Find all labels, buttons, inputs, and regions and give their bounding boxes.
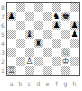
square-e7[interactable]	[43, 12, 52, 21]
square-g2[interactable]: ♔	[61, 57, 70, 66]
square-b8[interactable]	[16, 3, 25, 12]
white-rook: ♖	[7, 66, 15, 75]
file-label-f: f	[52, 80, 61, 87]
square-e2[interactable]	[43, 57, 52, 66]
black-pawn: ♟	[52, 21, 60, 30]
square-g1[interactable]	[61, 66, 70, 75]
white-king: ♔	[61, 57, 69, 66]
square-h2[interactable]	[70, 57, 79, 66]
square-a3[interactable]	[7, 48, 16, 57]
square-b4[interactable]	[16, 39, 25, 48]
square-c5[interactable]: ♝	[25, 30, 34, 39]
square-f4[interactable]	[52, 39, 61, 48]
white-pawn: ♙	[25, 57, 33, 66]
black-pawn: ♟	[7, 12, 15, 21]
square-a5[interactable]	[7, 30, 16, 39]
square-d7[interactable]	[34, 12, 43, 21]
square-g5[interactable]	[61, 30, 70, 39]
square-e1[interactable]	[43, 66, 52, 75]
square-b1[interactable]	[16, 66, 25, 75]
black-king: ♚	[61, 12, 69, 21]
square-b7[interactable]	[16, 12, 25, 21]
square-h4[interactable]	[70, 39, 79, 48]
square-d3[interactable]	[34, 48, 43, 57]
square-d6[interactable]	[34, 21, 43, 30]
square-d8[interactable]	[34, 3, 43, 12]
square-h8[interactable]	[70, 3, 79, 12]
square-e4[interactable]	[43, 39, 52, 48]
square-d4[interactable]: ♜	[34, 39, 43, 48]
square-a1[interactable]: ♖	[7, 66, 16, 75]
square-e8[interactable]	[43, 3, 52, 12]
square-f6[interactable]: ♟	[52, 21, 61, 30]
square-c1[interactable]	[25, 66, 34, 75]
square-c2[interactable]: ♙	[25, 57, 34, 66]
file-label-g: g	[61, 80, 70, 87]
square-h5[interactable]: ♟	[70, 30, 79, 39]
square-c8[interactable]	[25, 3, 34, 12]
square-a4[interactable]	[7, 39, 16, 48]
square-c7[interactable]	[25, 12, 34, 21]
square-e6[interactable]	[43, 21, 52, 30]
square-b2[interactable]	[16, 57, 25, 66]
square-b3[interactable]	[16, 48, 25, 57]
square-f1[interactable]	[52, 66, 61, 75]
chess-board: ♟♞♚♟♟♝♟♜♘♙♔♖	[6, 2, 80, 76]
file-label-c: c	[25, 80, 34, 87]
square-e5[interactable]	[43, 30, 52, 39]
file-label-b: b	[16, 80, 25, 87]
square-f3[interactable]	[52, 48, 61, 57]
file-label-h: h	[70, 80, 79, 87]
black-rook: ♜	[34, 39, 42, 48]
square-d1[interactable]	[34, 66, 43, 75]
chess-diagram: 87654321 ♟♞♚♟♟♝♟♜♘♙♔♖ abcdefgh	[0, 0, 82, 87]
square-h1[interactable]	[70, 66, 79, 75]
square-b6[interactable]	[16, 21, 25, 30]
square-e3[interactable]	[43, 48, 52, 57]
square-b5[interactable]	[16, 30, 25, 39]
black-bishop: ♝	[25, 30, 33, 39]
square-c4[interactable]	[25, 39, 34, 48]
square-g6[interactable]	[61, 21, 70, 30]
file-label-d: d	[34, 80, 43, 87]
square-g7[interactable]: ♚	[61, 12, 70, 21]
square-f5[interactable]	[52, 30, 61, 39]
file-label-a: a	[7, 80, 16, 87]
file-label-e: e	[43, 80, 52, 87]
file-labels: abcdefgh	[7, 80, 82, 87]
square-a6[interactable]	[7, 21, 16, 30]
square-f2[interactable]	[52, 57, 61, 66]
square-d2[interactable]	[34, 57, 43, 66]
black-pawn: ♟	[70, 30, 78, 39]
square-a7[interactable]: ♟	[7, 12, 16, 21]
square-h3[interactable]	[70, 48, 79, 57]
